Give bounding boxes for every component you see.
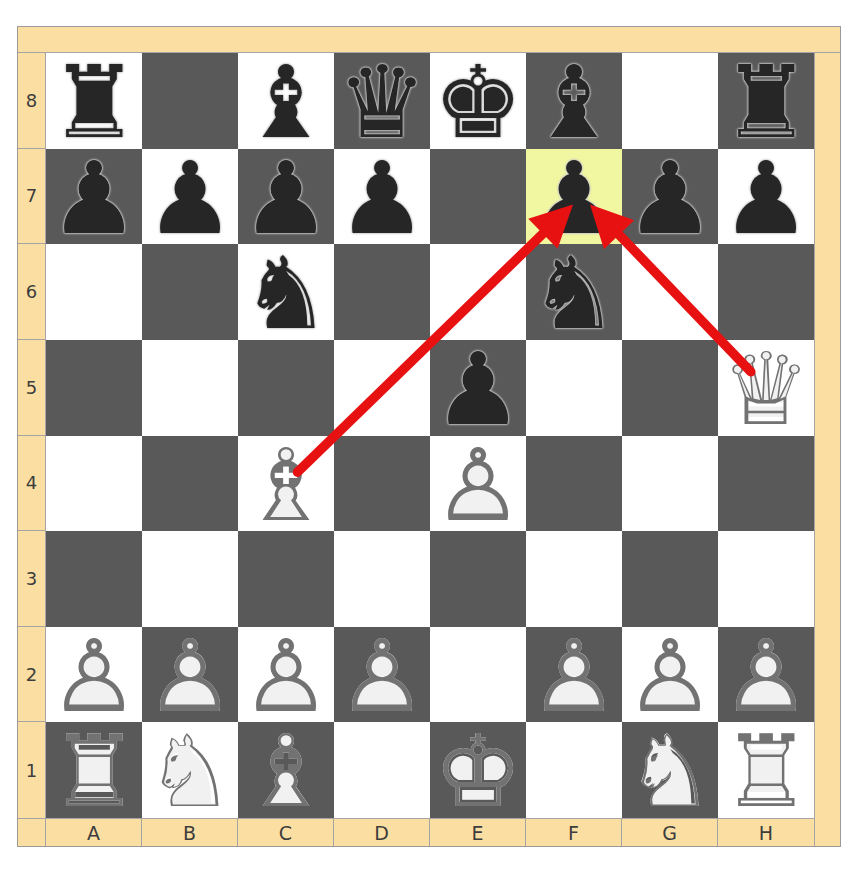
- black-bishop-f8: ♝︎: [526, 53, 622, 149]
- black-pawn-a7: ♟︎: [46, 149, 142, 245]
- white-pawn-e4: ♟︎♙︎: [430, 436, 526, 532]
- rank-label-1: 1: [18, 722, 46, 818]
- square-h6[interactable]: [718, 244, 814, 340]
- square-g6[interactable]: [622, 244, 718, 340]
- square-e5[interactable]: ♟︎: [430, 340, 526, 436]
- square-e4[interactable]: ♟︎♙︎: [430, 436, 526, 532]
- rank-label-2: 2: [18, 627, 46, 723]
- black-pawn-c7: ♟︎: [238, 149, 334, 245]
- square-h8[interactable]: ♜︎: [718, 53, 814, 149]
- square-d3[interactable]: [334, 531, 430, 627]
- square-f2[interactable]: ♟︎♙︎: [526, 627, 622, 723]
- white-pawn-h2: ♟︎♙︎: [718, 627, 814, 723]
- file-label-b: B: [142, 818, 238, 846]
- square-a6[interactable]: [46, 244, 142, 340]
- square-e2[interactable]: [430, 627, 526, 723]
- square-d4[interactable]: [334, 436, 430, 532]
- white-knight-g1: ♞︎♘︎: [622, 722, 718, 818]
- black-pawn-b7: ♟︎: [142, 149, 238, 245]
- square-b4[interactable]: [142, 436, 238, 532]
- square-f3[interactable]: [526, 531, 622, 627]
- square-f7[interactable]: ♟︎: [526, 149, 622, 245]
- rank-label-4: 4: [18, 436, 46, 532]
- square-h5[interactable]: ♛︎♕︎: [718, 340, 814, 436]
- square-a3[interactable]: [46, 531, 142, 627]
- white-bishop-c1: ♝︎♗︎: [238, 722, 334, 818]
- white-queen-h5: ♛︎♕︎: [718, 340, 814, 436]
- square-d8[interactable]: ♛︎: [334, 53, 430, 149]
- square-e6[interactable]: [430, 244, 526, 340]
- square-d6[interactable]: [334, 244, 430, 340]
- square-f1[interactable]: [526, 722, 622, 818]
- file-label-f: F: [526, 818, 622, 846]
- black-knight-f6: ♞︎: [526, 244, 622, 340]
- square-e3[interactable]: [430, 531, 526, 627]
- square-h7[interactable]: ♟︎: [718, 149, 814, 245]
- square-a5[interactable]: [46, 340, 142, 436]
- rank-label-6: 6: [18, 244, 46, 340]
- square-g1[interactable]: ♞︎♘︎: [622, 722, 718, 818]
- square-c5[interactable]: [238, 340, 334, 436]
- black-king-e8: ♚︎: [430, 53, 526, 149]
- white-pawn-a2: ♟︎♙︎: [46, 627, 142, 723]
- rank-label-5: 5: [18, 340, 46, 436]
- square-f6[interactable]: ♞︎: [526, 244, 622, 340]
- black-pawn-e5: ♟︎: [430, 340, 526, 436]
- square-c3[interactable]: [238, 531, 334, 627]
- black-bishop-c8: ♝︎: [238, 53, 334, 149]
- file-label-d: D: [334, 818, 430, 846]
- chess-board: 87654321ABCDEFGH♜︎♝︎♛︎♚︎♝︎♜︎♟︎♟︎♟︎♟︎♟︎♟︎…: [18, 27, 840, 846]
- chess-diagram: 87654321ABCDEFGH♜︎♝︎♛︎♚︎♝︎♜︎♟︎♟︎♟︎♟︎♟︎♟︎…: [0, 0, 859, 874]
- black-knight-c6: ♞︎: [238, 244, 334, 340]
- square-a4[interactable]: [46, 436, 142, 532]
- square-b7[interactable]: ♟︎: [142, 149, 238, 245]
- rank-label-8: 8: [18, 53, 46, 149]
- square-c2[interactable]: ♟︎♙︎: [238, 627, 334, 723]
- square-f5[interactable]: [526, 340, 622, 436]
- square-b3[interactable]: [142, 531, 238, 627]
- square-c6[interactable]: ♞︎: [238, 244, 334, 340]
- square-h4[interactable]: [718, 436, 814, 532]
- square-e7[interactable]: [430, 149, 526, 245]
- square-a8[interactable]: ♜︎: [46, 53, 142, 149]
- file-label-e: E: [430, 818, 526, 846]
- white-pawn-g2: ♟︎♙︎: [622, 627, 718, 723]
- rank-label-3: 3: [18, 531, 46, 627]
- square-h1[interactable]: ♜︎♖︎: [718, 722, 814, 818]
- white-king-e1: ♚︎♔︎: [430, 722, 526, 818]
- square-b1[interactable]: ♞︎♘︎: [142, 722, 238, 818]
- square-b5[interactable]: [142, 340, 238, 436]
- square-g7[interactable]: ♟︎: [622, 149, 718, 245]
- square-f8[interactable]: ♝︎: [526, 53, 622, 149]
- square-b8[interactable]: [142, 53, 238, 149]
- black-pawn-f7: ♟︎: [526, 149, 622, 245]
- square-c8[interactable]: ♝︎: [238, 53, 334, 149]
- square-f4[interactable]: [526, 436, 622, 532]
- white-pawn-c2: ♟︎♙︎: [238, 627, 334, 723]
- black-pawn-h7: ♟︎: [718, 149, 814, 245]
- square-a1[interactable]: ♜︎♖︎: [46, 722, 142, 818]
- white-rook-h1: ♜︎♖︎: [718, 722, 814, 818]
- square-a7[interactable]: ♟︎: [46, 149, 142, 245]
- white-pawn-f2: ♟︎♙︎: [526, 627, 622, 723]
- black-pawn-g7: ♟︎: [622, 149, 718, 245]
- board-frame-top: [18, 27, 840, 53]
- square-h2[interactable]: ♟︎♙︎: [718, 627, 814, 723]
- square-e1[interactable]: ♚︎♔︎: [430, 722, 526, 818]
- file-label-h: H: [718, 818, 814, 846]
- white-bishop-c4: ♝︎♗︎: [238, 436, 334, 532]
- square-g8[interactable]: [622, 53, 718, 149]
- square-d7[interactable]: ♟︎: [334, 149, 430, 245]
- file-label-g: G: [622, 818, 718, 846]
- square-g2[interactable]: ♟︎♙︎: [622, 627, 718, 723]
- square-a2[interactable]: ♟︎♙︎: [46, 627, 142, 723]
- black-queen-d8: ♛︎: [334, 53, 430, 149]
- square-c7[interactable]: ♟︎: [238, 149, 334, 245]
- black-rook-a8: ♜︎: [46, 53, 142, 149]
- board-frame-right: [814, 53, 840, 846]
- square-g4[interactable]: [622, 436, 718, 532]
- square-d2[interactable]: ♟︎♙︎: [334, 627, 430, 723]
- square-c4[interactable]: ♝︎♗︎: [238, 436, 334, 532]
- white-pawn-d2: ♟︎♙︎: [334, 627, 430, 723]
- square-b2[interactable]: ♟︎♙︎: [142, 627, 238, 723]
- square-d5[interactable]: [334, 340, 430, 436]
- black-rook-h8: ♜︎: [718, 53, 814, 149]
- square-h3[interactable]: [718, 531, 814, 627]
- white-pawn-b2: ♟︎♙︎: [142, 627, 238, 723]
- black-pawn-d7: ♟︎: [334, 149, 430, 245]
- rank-label-7: 7: [18, 149, 46, 245]
- square-e8[interactable]: ♚︎: [430, 53, 526, 149]
- square-d1[interactable]: [334, 722, 430, 818]
- white-rook-a1: ♜︎♖︎: [46, 722, 142, 818]
- square-b6[interactable]: [142, 244, 238, 340]
- board-frame-corner: [18, 818, 46, 846]
- square-c1[interactable]: ♝︎♗︎: [238, 722, 334, 818]
- file-label-a: A: [46, 818, 142, 846]
- white-knight-b1: ♞︎♘︎: [142, 722, 238, 818]
- square-g5[interactable]: [622, 340, 718, 436]
- square-g3[interactable]: [622, 531, 718, 627]
- file-label-c: C: [238, 818, 334, 846]
